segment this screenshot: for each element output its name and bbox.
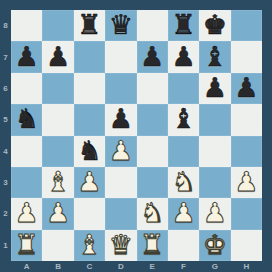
piece-white-pawn[interactable]: ♟: [171, 199, 195, 226]
square-e2[interactable]: ♞: [137, 198, 168, 229]
rank-label-7: 7: [0, 41, 11, 72]
square-h1[interactable]: [231, 230, 262, 261]
piece-white-pawn[interactable]: ♟: [77, 168, 101, 195]
piece-white-pawn[interactable]: ♟: [203, 199, 227, 226]
square-b1[interactable]: [42, 230, 73, 261]
square-f6[interactable]: [168, 73, 199, 104]
piece-white-king[interactable]: ♚: [203, 231, 227, 258]
piece-black-knight[interactable]: ♞: [15, 105, 39, 132]
square-g1[interactable]: ♚: [199, 230, 230, 261]
rank-label-4: 4: [0, 136, 11, 167]
square-c5[interactable]: [74, 104, 105, 135]
piece-white-queen[interactable]: ♛: [109, 231, 133, 258]
file-label-c: C: [74, 261, 105, 272]
square-a7[interactable]: ♟: [11, 41, 42, 72]
rank-label-6: 6: [0, 73, 11, 104]
piece-black-king[interactable]: ♚: [203, 11, 227, 38]
square-b5[interactable]: [42, 104, 73, 135]
square-e3[interactable]: [137, 167, 168, 198]
piece-black-pawn[interactable]: ♟: [203, 74, 227, 101]
piece-white-rook[interactable]: ♜: [140, 231, 164, 258]
piece-black-pawn[interactable]: ♟: [234, 74, 258, 101]
square-a8[interactable]: [11, 10, 42, 41]
rank-labels: 87654321: [0, 10, 11, 261]
square-f1[interactable]: [168, 230, 199, 261]
square-a2[interactable]: ♟: [11, 198, 42, 229]
square-f4[interactable]: [168, 136, 199, 167]
square-c1[interactable]: ♝: [74, 230, 105, 261]
rank-label-8: 8: [0, 10, 11, 41]
square-d8[interactable]: ♛: [105, 10, 136, 41]
file-label-e: E: [137, 261, 168, 272]
square-d3[interactable]: [105, 167, 136, 198]
square-b6[interactable]: [42, 73, 73, 104]
chess-board: ♜♛♜♚♟♟♟♟♝♟♟♞♟♝♞♟♝♟♞♟♟♟♞♟♟♜♝♛♜♚: [11, 10, 262, 261]
piece-white-pawn[interactable]: ♟: [234, 168, 258, 195]
square-g5[interactable]: [199, 104, 230, 135]
square-g4[interactable]: [199, 136, 230, 167]
piece-white-bishop[interactable]: ♝: [77, 231, 101, 258]
piece-black-pawn[interactable]: ♟: [140, 43, 164, 70]
square-d1[interactable]: ♛: [105, 230, 136, 261]
piece-black-queen[interactable]: ♛: [109, 11, 133, 38]
piece-black-bishop[interactable]: ♝: [203, 43, 227, 70]
piece-white-knight[interactable]: ♞: [171, 168, 195, 195]
file-label-b: B: [42, 261, 73, 272]
piece-black-bishop[interactable]: ♝: [171, 105, 195, 132]
square-a4[interactable]: [11, 136, 42, 167]
square-e4[interactable]: [137, 136, 168, 167]
square-e1[interactable]: ♜: [137, 230, 168, 261]
square-e6[interactable]: [137, 73, 168, 104]
square-a6[interactable]: [11, 73, 42, 104]
square-g3[interactable]: [199, 167, 230, 198]
square-f8[interactable]: ♜: [168, 10, 199, 41]
square-f7[interactable]: ♟: [168, 41, 199, 72]
piece-black-rook[interactable]: ♜: [171, 11, 195, 38]
square-h4[interactable]: [231, 136, 262, 167]
square-d5[interactable]: ♟: [105, 104, 136, 135]
square-g6[interactable]: ♟: [199, 73, 230, 104]
square-c8[interactable]: ♜: [74, 10, 105, 41]
piece-black-rook[interactable]: ♜: [77, 11, 101, 38]
square-f2[interactable]: ♟: [168, 198, 199, 229]
piece-white-pawn[interactable]: ♟: [46, 199, 70, 226]
square-e5[interactable]: [137, 104, 168, 135]
chess-board-diagram: 87654321 ♜♛♜♚♟♟♟♟♝♟♟♞♟♝♞♟♝♟♞♟♟♟♞♟♟♜♝♛♜♚ …: [0, 0, 272, 272]
rank-label-2: 2: [0, 198, 11, 229]
piece-white-knight[interactable]: ♞: [140, 199, 164, 226]
file-labels: ABCDEFGH: [11, 261, 262, 272]
file-label-d: D: [105, 261, 136, 272]
square-h5[interactable]: [231, 104, 262, 135]
file-label-f: F: [168, 261, 199, 272]
square-a1[interactable]: ♜: [11, 230, 42, 261]
square-d4[interactable]: ♟: [105, 136, 136, 167]
piece-white-rook[interactable]: ♜: [15, 231, 39, 258]
square-f5[interactable]: ♝: [168, 104, 199, 135]
piece-black-pawn[interactable]: ♟: [15, 43, 39, 70]
square-h8[interactable]: [231, 10, 262, 41]
square-d6[interactable]: [105, 73, 136, 104]
square-b7[interactable]: ♟: [42, 41, 73, 72]
square-d7[interactable]: [105, 41, 136, 72]
square-c6[interactable]: [74, 73, 105, 104]
square-h7[interactable]: [231, 41, 262, 72]
square-h3[interactable]: ♟: [231, 167, 262, 198]
square-b4[interactable]: [42, 136, 73, 167]
piece-white-bishop[interactable]: ♝: [46, 168, 70, 195]
square-g7[interactable]: ♝: [199, 41, 230, 72]
square-b8[interactable]: [42, 10, 73, 41]
square-e8[interactable]: [137, 10, 168, 41]
file-label-g: G: [199, 261, 230, 272]
square-b3[interactable]: ♝: [42, 167, 73, 198]
square-c4[interactable]: ♞: [74, 136, 105, 167]
piece-white-pawn[interactable]: ♟: [15, 199, 39, 226]
piece-black-pawn[interactable]: ♟: [109, 105, 133, 132]
square-c7[interactable]: [74, 41, 105, 72]
square-e7[interactable]: ♟: [137, 41, 168, 72]
square-a5[interactable]: ♞: [11, 104, 42, 135]
square-g2[interactable]: ♟: [199, 198, 230, 229]
rank-label-1: 1: [0, 230, 11, 261]
rank-label-3: 3: [0, 167, 11, 198]
square-b2[interactable]: ♟: [42, 198, 73, 229]
square-d2[interactable]: [105, 198, 136, 229]
square-f3[interactable]: ♞: [168, 167, 199, 198]
file-label-h: H: [231, 261, 262, 272]
rank-label-5: 5: [0, 104, 11, 135]
square-c2[interactable]: [74, 198, 105, 229]
square-g8[interactable]: ♚: [199, 10, 230, 41]
square-c3[interactable]: ♟: [74, 167, 105, 198]
piece-black-pawn[interactable]: ♟: [171, 43, 195, 70]
square-a3[interactable]: [11, 167, 42, 198]
square-h6[interactable]: ♟: [231, 73, 262, 104]
piece-black-knight[interactable]: ♞: [77, 137, 101, 164]
file-label-a: A: [11, 261, 42, 272]
piece-white-pawn[interactable]: ♟: [109, 137, 133, 164]
square-h2[interactable]: [231, 198, 262, 229]
piece-black-pawn[interactable]: ♟: [46, 43, 70, 70]
